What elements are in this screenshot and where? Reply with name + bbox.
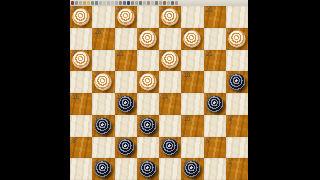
square-number: 8 — [72, 137, 75, 144]
square-5[interactable]: 5 — [204, 137, 226, 159]
square-18[interactable]: 18 — [181, 71, 203, 93]
light-square — [181, 50, 203, 72]
square-number: 29 — [206, 6, 213, 13]
toolbar-icon[interactable] — [143, 1, 146, 5]
white-piece[interactable] — [162, 8, 179, 25]
toolbar-icon[interactable] — [123, 1, 126, 5]
square-17[interactable]: 17 — [226, 71, 248, 93]
square-7[interactable]: 7 — [115, 137, 137, 159]
square-27[interactable]: 27 — [137, 28, 159, 50]
toolbar-icon[interactable] — [127, 1, 130, 5]
toolbar-icon[interactable] — [79, 1, 82, 5]
light-square — [204, 115, 226, 137]
square-22[interactable]: 22 — [159, 50, 181, 72]
square-25[interactable]: 25 — [226, 28, 248, 50]
light-square — [70, 115, 92, 137]
white-piece[interactable] — [73, 52, 90, 69]
light-square — [137, 93, 159, 115]
black-piece[interactable] — [184, 161, 201, 178]
square-26[interactable]: 26 — [181, 28, 203, 50]
square-15[interactable]: 15 — [115, 93, 137, 115]
toolbar-icon[interactable] — [171, 1, 174, 5]
toolbar-icon[interactable] — [131, 1, 134, 5]
light-square — [115, 71, 137, 93]
light-square — [70, 71, 92, 93]
toolbar-icon[interactable] — [167, 1, 170, 5]
white-piece[interactable] — [184, 30, 201, 47]
white-piece[interactable] — [228, 30, 245, 47]
light-square — [92, 137, 114, 159]
toolbar-icon[interactable] — [175, 1, 178, 5]
square-4[interactable]: 4 — [92, 158, 114, 180]
light-square — [137, 6, 159, 28]
toolbar-icon[interactable] — [151, 1, 154, 5]
light-square — [204, 158, 226, 180]
board: 3231302928272625242322212019181716151413… — [70, 6, 248, 180]
toolbar-icon[interactable] — [139, 1, 142, 5]
square-28[interactable]: 28 — [92, 28, 114, 50]
square-30[interactable]: 30 — [159, 6, 181, 28]
light-square — [226, 93, 248, 115]
light-square — [137, 137, 159, 159]
toolbar-icon[interactable] — [99, 1, 102, 5]
light-square — [181, 6, 203, 28]
light-square — [115, 158, 137, 180]
square-6[interactable]: 6 — [159, 137, 181, 159]
square-3[interactable]: 3 — [137, 158, 159, 180]
black-piece[interactable] — [117, 139, 134, 156]
square-29[interactable]: 29 — [204, 6, 226, 28]
light-square — [159, 28, 181, 50]
toolbar-icon[interactable] — [111, 1, 114, 5]
black-piece[interactable] — [139, 117, 156, 134]
toolbar-icon[interactable] — [115, 1, 118, 5]
square-9[interactable]: 9 — [226, 115, 248, 137]
light-square — [226, 50, 248, 72]
toolbar-icon[interactable] — [87, 1, 90, 5]
white-piece[interactable] — [95, 74, 112, 91]
light-square — [92, 50, 114, 72]
toolbar-icon[interactable] — [75, 1, 78, 5]
white-piece[interactable] — [117, 8, 134, 25]
white-piece[interactable] — [139, 74, 156, 91]
toolbar-icon[interactable] — [91, 1, 94, 5]
light-square — [137, 50, 159, 72]
toolbar-icon[interactable] — [119, 1, 122, 5]
light-square — [92, 6, 114, 28]
toolbar-icon[interactable] — [95, 1, 98, 5]
toolbar-icon[interactable] — [163, 1, 166, 5]
square-number: 5 — [206, 137, 209, 144]
light-square — [204, 28, 226, 50]
light-square — [204, 71, 226, 93]
square-21[interactable]: 21 — [204, 50, 226, 72]
black-piece[interactable] — [228, 74, 245, 91]
square-8[interactable]: 8 — [70, 137, 92, 159]
app-window: 3231302928272625242322212019181716151413… — [0, 0, 320, 180]
toolbar-icon[interactable] — [103, 1, 106, 5]
square-12[interactable]: 12 — [92, 115, 114, 137]
black-piece[interactable] — [95, 117, 112, 134]
square-number: 16 — [72, 93, 79, 100]
white-piece[interactable] — [162, 52, 179, 69]
square-number: 28 — [94, 28, 101, 35]
square-13[interactable]: 13 — [204, 93, 226, 115]
light-square — [159, 115, 181, 137]
black-piece[interactable] — [206, 95, 223, 112]
white-piece[interactable] — [73, 8, 90, 25]
black-piece[interactable] — [162, 139, 179, 156]
square-16[interactable]: 16 — [70, 93, 92, 115]
square-1[interactable]: 1 — [226, 158, 248, 180]
square-11[interactable]: 11 — [137, 115, 159, 137]
square-number: 23 — [117, 50, 124, 57]
light-square — [159, 158, 181, 180]
toolbar-icon[interactable] — [147, 1, 150, 5]
square-number: 10 — [183, 115, 190, 122]
right-black-bar — [248, 0, 320, 180]
square-32[interactable]: 32 — [70, 6, 92, 28]
black-piece[interactable] — [139, 161, 156, 178]
light-square — [70, 158, 92, 180]
light-square — [115, 28, 137, 50]
light-square — [115, 115, 137, 137]
white-piece[interactable] — [139, 30, 156, 47]
square-number: 14 — [161, 93, 168, 100]
square-24[interactable]: 24 — [70, 50, 92, 72]
light-square — [181, 93, 203, 115]
black-piece[interactable] — [117, 95, 134, 112]
light-square — [159, 71, 181, 93]
square-number: 1 — [228, 158, 231, 165]
toolbar-icon[interactable] — [159, 1, 162, 5]
square-2[interactable]: 2 — [181, 158, 203, 180]
light-square — [92, 93, 114, 115]
square-14[interactable]: 14 — [159, 93, 181, 115]
light-square — [70, 28, 92, 50]
black-piece[interactable] — [95, 161, 112, 178]
light-square — [181, 137, 203, 159]
toolbar-icon[interactable] — [155, 1, 158, 5]
square-20[interactable]: 20 — [92, 71, 114, 93]
toolbar-icon[interactable] — [107, 1, 110, 5]
square-number: 18 — [183, 71, 190, 78]
square-23[interactable]: 23 — [115, 50, 137, 72]
square-19[interactable]: 19 — [137, 71, 159, 93]
toolbar-icon[interactable] — [83, 1, 86, 5]
square-10[interactable]: 10 — [181, 115, 203, 137]
square-number: 21 — [206, 50, 213, 57]
left-black-bar — [0, 0, 70, 180]
light-square — [226, 137, 248, 159]
toolbar-icon[interactable] — [135, 1, 138, 5]
toolbar-icon[interactable] — [71, 1, 74, 5]
light-square — [226, 6, 248, 28]
square-31[interactable]: 31 — [115, 6, 137, 28]
checkers-app-content: 3231302928272625242322212019181716151413… — [70, 0, 248, 180]
square-number: 9 — [228, 115, 231, 122]
